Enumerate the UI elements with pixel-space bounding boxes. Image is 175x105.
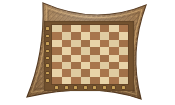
- square-a3: [52, 62, 62, 69]
- rank-brass-markers: [46, 25, 50, 84]
- rank-marker-plate: [46, 27, 49, 30]
- square-h7: [119, 32, 129, 39]
- square-h1: [119, 77, 129, 84]
- rank-marker-plate: [46, 79, 49, 82]
- rank-marker-plate: [46, 72, 49, 75]
- square-d3: [81, 62, 91, 69]
- file-brass-markers: [52, 86, 128, 90]
- square-g3: [109, 62, 119, 69]
- square-b2: [62, 69, 72, 76]
- square-c8: [71, 25, 81, 32]
- square-a8: [52, 25, 62, 32]
- square-g5: [109, 47, 119, 54]
- square-a5: [52, 47, 62, 54]
- square-d5: [81, 47, 91, 54]
- square-c3: [71, 62, 81, 69]
- file-marker-plate: [103, 86, 106, 89]
- square-h3: [119, 62, 129, 69]
- file-marker-plate: [93, 86, 96, 89]
- square-e4: [90, 55, 100, 62]
- square-f4: [100, 55, 110, 62]
- file-marker-plate: [112, 86, 115, 89]
- square-d7: [81, 32, 91, 39]
- file-marker-plate: [84, 86, 87, 89]
- rank-marker-plate: [46, 35, 49, 38]
- square-b3: [62, 62, 72, 69]
- square-a1: [52, 77, 62, 84]
- square-f2: [100, 69, 110, 76]
- square-g6: [109, 40, 119, 47]
- square-h6: [119, 40, 129, 47]
- square-e8: [90, 25, 100, 32]
- square-c5: [71, 47, 81, 54]
- rank-marker-plate: [46, 50, 49, 53]
- square-e1: [90, 77, 100, 84]
- square-a2: [52, 69, 62, 76]
- square-c6: [71, 40, 81, 47]
- square-h4: [119, 55, 129, 62]
- square-g1: [109, 77, 119, 84]
- chess-board: [52, 25, 128, 84]
- square-d6: [81, 40, 91, 47]
- square-f7: [100, 32, 110, 39]
- square-b8: [62, 25, 72, 32]
- file-marker-plate: [55, 86, 58, 89]
- square-g8: [109, 25, 119, 32]
- square-e7: [90, 32, 100, 39]
- square-a4: [52, 55, 62, 62]
- square-c2: [71, 69, 81, 76]
- file-marker-plate: [65, 86, 68, 89]
- rank-marker-plate: [46, 57, 49, 60]
- square-h8: [119, 25, 129, 32]
- square-c1: [71, 77, 81, 84]
- square-g4: [109, 55, 119, 62]
- rank-marker-plate: [46, 64, 49, 67]
- square-b6: [62, 40, 72, 47]
- square-c7: [71, 32, 81, 39]
- square-e3: [90, 62, 100, 69]
- square-b7: [62, 32, 72, 39]
- square-e2: [90, 69, 100, 76]
- square-g2: [109, 69, 119, 76]
- square-d1: [81, 77, 91, 84]
- square-b1: [62, 77, 72, 84]
- square-g7: [109, 32, 119, 39]
- rank-marker-plate: [46, 42, 49, 45]
- square-b4: [62, 55, 72, 62]
- square-f6: [100, 40, 110, 47]
- square-c4: [71, 55, 81, 62]
- square-d4: [81, 55, 91, 62]
- square-e6: [90, 40, 100, 47]
- file-marker-plate: [74, 86, 77, 89]
- square-h5: [119, 47, 129, 54]
- square-f3: [100, 62, 110, 69]
- product-photo-background: [0, 0, 175, 105]
- square-b5: [62, 47, 72, 54]
- square-e5: [90, 47, 100, 54]
- square-d2: [81, 69, 91, 76]
- file-marker-plate: [122, 86, 125, 89]
- square-d8: [81, 25, 91, 32]
- square-h2: [119, 69, 129, 76]
- square-a7: [52, 32, 62, 39]
- square-a6: [52, 40, 62, 47]
- square-f8: [100, 25, 110, 32]
- square-f1: [100, 77, 110, 84]
- square-f5: [100, 47, 110, 54]
